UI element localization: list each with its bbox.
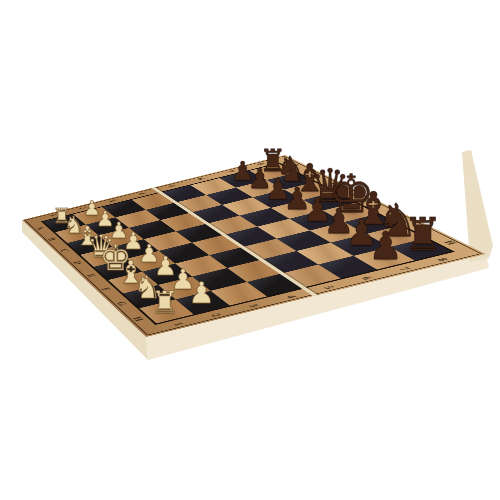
rank-label: 5 <box>322 285 337 290</box>
file-label: B <box>46 237 57 241</box>
file-label: C <box>58 248 70 253</box>
file-label: E <box>85 273 98 278</box>
piece-white-rook[interactable]: ♜ <box>151 287 179 318</box>
file-label: F <box>99 287 112 292</box>
piece-black-pawn[interactable]: ♟ <box>368 227 403 266</box>
file-label: G <box>114 301 128 307</box>
product-photo-chess-set: AA11BB22CC33DD44EE55FF66GG77HH88 ♜♟♞♟♝♟♛… <box>0 0 500 500</box>
rank-label: 6 <box>359 276 374 281</box>
rank-label: 4 <box>284 294 298 299</box>
file-label: A <box>34 226 45 230</box>
piece-black-rook[interactable]: ♜ <box>403 212 443 257</box>
rank-label: 2 <box>209 312 223 317</box>
file-label: H <box>130 316 145 322</box>
rank-label: 3 <box>246 303 260 308</box>
rank-label: 1 <box>171 322 185 327</box>
piece-white-pawn[interactable]: ♟ <box>188 279 215 309</box>
file-label: D <box>71 260 83 265</box>
file-label: H <box>441 240 458 246</box>
